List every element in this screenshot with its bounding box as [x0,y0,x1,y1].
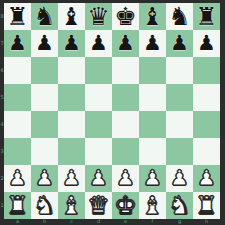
square-g2[interactable]: ♟ [166,165,193,192]
square-f5[interactable] [139,84,166,111]
black-pawn-piece[interactable]: ♟ [166,30,193,57]
square-h6[interactable] [193,57,220,84]
square-c1[interactable]: ♝ [58,192,85,219]
white-knight-piece[interactable]: ♞ [166,192,193,219]
square-b4[interactable] [31,111,58,138]
square-d7[interactable]: ♟ [85,30,112,57]
square-c3[interactable] [58,138,85,165]
square-a5[interactable] [4,84,31,111]
square-h7[interactable]: ♟ [193,30,220,57]
white-queen-piece[interactable]: ♛ [85,192,112,219]
square-e1[interactable]: ♚ [112,192,139,219]
square-b6[interactable] [31,57,58,84]
black-pawn-piece[interactable]: ♟ [139,30,166,57]
square-a4[interactable] [4,111,31,138]
square-d1[interactable]: ♛ [85,192,112,219]
black-pawn-piece[interactable]: ♟ [4,30,31,57]
chess-board-window: ♜♞♝♛♚♝♞♜♟♟♟♟♟♟♟♟♟♟♟♟♟♟♟♟♜♞♝♛♚♝♞♜ abcdefg… [0,0,225,225]
white-pawn-piece[interactable]: ♟ [193,165,220,192]
square-b1[interactable]: ♞ [31,192,58,219]
square-b8[interactable]: ♞ [31,3,58,30]
square-d8[interactable]: ♛ [85,3,112,30]
black-rook-piece[interactable]: ♜ [193,3,220,30]
square-a2[interactable]: ♟ [4,165,31,192]
square-g7[interactable]: ♟ [166,30,193,57]
white-knight-piece[interactable]: ♞ [31,192,58,219]
square-e4[interactable] [112,111,139,138]
square-c6[interactable] [58,57,85,84]
white-king-piece[interactable]: ♚ [112,192,139,219]
square-e2[interactable]: ♟ [112,165,139,192]
square-e8[interactable]: ♚ [112,3,139,30]
square-c4[interactable] [58,111,85,138]
square-g1[interactable]: ♞ [166,192,193,219]
square-g5[interactable] [166,84,193,111]
square-a8[interactable]: ♜ [4,3,31,30]
square-g8[interactable]: ♞ [166,3,193,30]
square-c8[interactable]: ♝ [58,3,85,30]
square-d4[interactable] [85,111,112,138]
white-pawn-piece[interactable]: ♟ [4,165,31,192]
white-rook-piece[interactable]: ♜ [4,192,31,219]
square-e6[interactable] [112,57,139,84]
square-b7[interactable]: ♟ [31,30,58,57]
chess-board[interactable]: ♜♞♝♛♚♝♞♜♟♟♟♟♟♟♟♟♟♟♟♟♟♟♟♟♜♞♝♛♚♝♞♜ [4,3,220,219]
square-h4[interactable] [193,111,220,138]
square-f7[interactable]: ♟ [139,30,166,57]
white-rook-piece[interactable]: ♜ [193,192,220,219]
square-d3[interactable] [85,138,112,165]
square-e3[interactable] [112,138,139,165]
white-bishop-piece[interactable]: ♝ [139,192,166,219]
square-h5[interactable] [193,84,220,111]
square-h3[interactable] [193,138,220,165]
black-pawn-piece[interactable]: ♟ [193,30,220,57]
square-h1[interactable]: ♜ [193,192,220,219]
square-f1[interactable]: ♝ [139,192,166,219]
white-pawn-piece[interactable]: ♟ [166,165,193,192]
square-d5[interactable] [85,84,112,111]
square-c7[interactable]: ♟ [58,30,85,57]
white-pawn-piece[interactable]: ♟ [31,165,58,192]
white-bishop-piece[interactable]: ♝ [58,192,85,219]
square-b3[interactable] [31,138,58,165]
square-a7[interactable]: ♟ [4,30,31,57]
square-c5[interactable] [58,84,85,111]
square-h2[interactable]: ♟ [193,165,220,192]
black-bishop-piece[interactable]: ♝ [139,3,166,30]
black-queen-piece[interactable]: ♛ [85,3,112,30]
black-pawn-piece[interactable]: ♟ [85,30,112,57]
square-a6[interactable] [4,57,31,84]
white-pawn-piece[interactable]: ♟ [112,165,139,192]
black-rook-piece[interactable]: ♜ [4,3,31,30]
square-g6[interactable] [166,57,193,84]
square-c2[interactable]: ♟ [58,165,85,192]
square-g3[interactable] [166,138,193,165]
square-f6[interactable] [139,57,166,84]
black-knight-piece[interactable]: ♞ [31,3,58,30]
black-pawn-piece[interactable]: ♟ [112,30,139,57]
white-pawn-piece[interactable]: ♟ [85,165,112,192]
square-f8[interactable]: ♝ [139,3,166,30]
square-b5[interactable] [31,84,58,111]
square-f2[interactable]: ♟ [139,165,166,192]
white-pawn-piece[interactable]: ♟ [139,165,166,192]
square-f3[interactable] [139,138,166,165]
black-bishop-piece[interactable]: ♝ [58,3,85,30]
white-pawn-piece[interactable]: ♟ [58,165,85,192]
square-g4[interactable] [166,111,193,138]
square-a3[interactable] [4,138,31,165]
square-f4[interactable] [139,111,166,138]
square-d6[interactable] [85,57,112,84]
square-a1[interactable]: ♜ [4,192,31,219]
black-pawn-piece[interactable]: ♟ [58,30,85,57]
square-e5[interactable] [112,84,139,111]
black-knight-piece[interactable]: ♞ [166,3,193,30]
square-h8[interactable]: ♜ [193,3,220,30]
black-pawn-piece[interactable]: ♟ [31,30,58,57]
square-d2[interactable]: ♟ [85,165,112,192]
black-king-piece[interactable]: ♚ [112,3,139,30]
square-e7[interactable]: ♟ [112,30,139,57]
square-b2[interactable]: ♟ [31,165,58,192]
